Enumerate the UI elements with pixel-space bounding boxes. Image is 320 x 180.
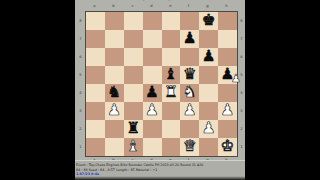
square-e2[interactable] [162,120,181,138]
square-a4[interactable] [86,84,105,102]
square-c7[interactable] [124,30,143,48]
rank-label-3: 3 [78,104,82,115]
rank-label-7: 7 [78,32,82,43]
square-e4[interactable]: ♜ [162,84,181,102]
file-label-a: a [89,3,101,7]
rank-label-7: 7 [239,32,243,43]
white-king-h1: ♚ [218,138,237,156]
file-label-f: f [183,3,195,7]
players-result-line: Pondersniper 1.70 - Wasp/Mat 14.1 0-1 [111,0,210,1]
square-d5[interactable] [143,66,162,84]
square-g2[interactable]: ♟ [199,120,218,138]
square-a7[interactable] [86,30,105,48]
square-c2[interactable]: ♜ [124,120,143,138]
square-c1[interactable]: ♝ [124,138,143,156]
bottom-edge-fade [75,176,245,180]
white-pawn-h3: ♟ [218,102,237,120]
square-d1[interactable] [143,138,162,156]
white-pawn-g2: ♟ [199,120,218,138]
rank-label-8: 8 [239,14,243,25]
rank-label-6: 6 [239,50,243,61]
white-bishop-c1: ♝ [124,138,143,156]
chess-board[interactable]: ♚♟♟♝♛♟♞♟♜♞♟♟♟♟♜♟♝♛♚ [85,11,238,157]
right-letterbox-bar [245,0,320,180]
white-pawn-f3: ♟ [180,102,199,120]
square-f2[interactable] [180,120,199,138]
square-a3[interactable] [86,102,105,120]
file-label-h: h [221,3,233,7]
square-h8[interactable] [218,12,237,30]
black-pawn-g6: ♟ [199,48,218,66]
square-b2[interactable] [105,120,124,138]
square-e6[interactable] [162,48,181,66]
square-a8[interactable] [86,12,105,30]
square-h3[interactable]: ♟ [218,102,237,120]
square-e5[interactable]: ♝ [162,66,181,84]
rank-label-6: 6 [78,50,82,61]
white-pawn-b3: ♟ [105,102,124,120]
white-pawn-d3: ♟ [143,102,162,120]
square-a6[interactable] [86,48,105,66]
file-labels-top: abcdefgh [85,2,236,9]
square-f3[interactable]: ♟ [180,102,199,120]
square-f1[interactable]: ♛ [180,138,199,156]
square-b4[interactable]: ♞ [105,84,124,102]
square-d3[interactable]: ♟ [143,102,162,120]
square-a1[interactable] [86,138,105,156]
rank-label-1: 1 [78,140,82,151]
square-f4[interactable]: ♞ [180,84,199,102]
square-h6[interactable] [218,48,237,66]
square-h1[interactable]: ♚ [218,138,237,156]
white-rook-e4: ♜ [162,84,181,102]
rank-label-1: 1 [239,140,243,151]
square-g7[interactable] [199,30,218,48]
square-g4[interactable] [199,84,218,102]
square-e7[interactable] [162,30,181,48]
rank-label-3: 3 [239,104,243,115]
square-d4[interactable]: ♟ [143,84,162,102]
square-e1[interactable] [162,138,181,156]
square-e3[interactable] [162,102,181,120]
file-label-b: b [107,3,119,7]
square-f7[interactable]: ♟ [180,30,199,48]
square-d8[interactable] [143,12,162,30]
file-label-g: g [202,3,214,7]
white-pawn-material-icon: ♟ [230,72,242,85]
white-knight-f4: ♞ [180,84,199,102]
square-d6[interactable] [143,48,162,66]
square-c3[interactable] [124,102,143,120]
square-f8[interactable] [180,12,199,30]
square-f6[interactable] [180,48,199,66]
square-c8[interactable] [124,12,143,30]
black-rook-c2: ♜ [124,120,143,138]
black-bishop-e5: ♝ [162,66,181,84]
rank-label-4: 4 [78,86,82,97]
square-g5[interactable] [199,66,218,84]
rank-label-2: 2 [78,122,82,133]
rank-label-5: 5 [78,68,82,79]
square-a2[interactable] [86,120,105,138]
square-d2[interactable] [143,120,162,138]
square-b6[interactable] [105,48,124,66]
square-b8[interactable] [105,12,124,30]
square-b1[interactable] [105,138,124,156]
rank-labels-left: 87654321 [77,11,84,155]
square-b7[interactable] [105,30,124,48]
chess-gui-panel: abcdefgh 87654321 ♚♟♟♝♛♟♞♟♜♞♟♟♟♟♜♟♝♛♚ 87… [75,0,245,180]
file-label-e: e [164,3,176,7]
square-g8[interactable]: ♚ [199,12,218,30]
square-g3[interactable] [199,102,218,120]
stats-line: 84 : 84 Seed : 84 , 4:57 Length : 85 Mat… [76,168,157,172]
square-h2[interactable] [218,120,237,138]
square-c5[interactable] [124,66,143,84]
square-a5[interactable] [86,66,105,84]
file-label-c: c [126,3,138,7]
white-queen-f1: ♛ [180,138,199,156]
rank-label-8: 8 [78,14,82,25]
square-h7[interactable] [218,30,237,48]
square-c4[interactable] [124,84,143,102]
file-label-d: d [145,3,157,7]
video-frame: abcdefgh 87654321 ♚♟♟♝♛♟♞♟♜♞♟♟♟♟♜♟♝♛♚ 87… [0,0,320,180]
square-e8[interactable] [162,12,181,30]
black-pawn-f7: ♟ [180,30,199,48]
square-c6[interactable] [124,48,143,66]
square-g1[interactable] [199,138,218,156]
black-king-g8: ♚ [199,12,218,30]
rank-label-2: 2 [239,122,243,133]
square-d7[interactable] [143,30,162,48]
black-pawn-d4: ♟ [143,84,162,102]
square-h4[interactable] [218,84,237,102]
square-b3[interactable]: ♟ [105,102,124,120]
black-queen-f5: ♛ [180,66,199,84]
event-line: Event : Top Chess Engines Blitz Bounder … [76,163,203,167]
black-knight-b4: ♞ [105,84,124,102]
square-f5[interactable]: ♛ [180,66,199,84]
rank-label-4: 4 [239,86,243,97]
square-b5[interactable] [105,66,124,84]
left-letterbox-bar [0,0,75,180]
square-g6[interactable]: ♟ [199,48,218,66]
